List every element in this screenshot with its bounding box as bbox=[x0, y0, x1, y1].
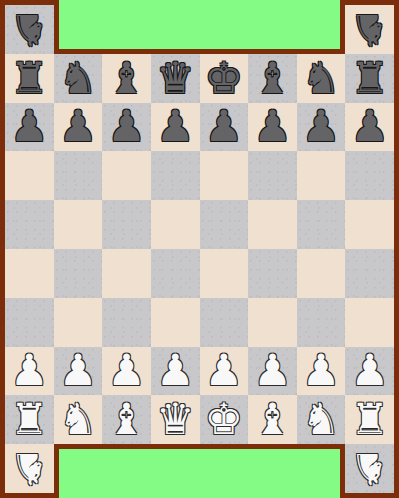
square-g8[interactable]: ♞ bbox=[297, 54, 346, 103]
square-e3[interactable] bbox=[200, 298, 249, 347]
square-d8[interactable]: ♛ bbox=[151, 54, 200, 103]
corner-square-above-h8[interactable]: ♞ bbox=[345, 5, 394, 54]
square-b1[interactable]: ♞ bbox=[54, 395, 103, 444]
square-a1[interactable]: ♜ bbox=[5, 395, 54, 444]
square-a8[interactable]: ♜ bbox=[5, 54, 54, 103]
white-bishop[interactable]: ♝ bbox=[107, 398, 146, 441]
square-a6[interactable] bbox=[5, 151, 54, 200]
black-fairy-piece-inverted-knight[interactable]: ♞ bbox=[350, 8, 389, 51]
white-rook[interactable]: ♜ bbox=[10, 398, 49, 441]
square-a2[interactable]: ♟ bbox=[5, 347, 54, 396]
square-g5[interactable] bbox=[297, 200, 346, 249]
square-h8[interactable]: ♜ bbox=[345, 54, 394, 103]
square-e7[interactable]: ♟ bbox=[200, 103, 249, 152]
square-h2[interactable]: ♟ bbox=[345, 347, 394, 396]
square-b4[interactable] bbox=[54, 249, 103, 298]
bottom-notch-background bbox=[54, 444, 346, 498]
square-c7[interactable]: ♟ bbox=[102, 103, 151, 152]
top-notch-background bbox=[54, 0, 346, 54]
black-rook[interactable]: ♜ bbox=[350, 57, 389, 100]
square-g7[interactable]: ♟ bbox=[297, 103, 346, 152]
square-f4[interactable] bbox=[248, 249, 297, 298]
square-h7[interactable]: ♟ bbox=[345, 103, 394, 152]
square-d4[interactable] bbox=[151, 249, 200, 298]
white-fairy-piece-inverted-knight[interactable]: ♞ bbox=[10, 447, 49, 490]
square-d5[interactable] bbox=[151, 200, 200, 249]
black-pawn[interactable]: ♟ bbox=[302, 105, 341, 148]
black-pawn[interactable]: ♟ bbox=[156, 105, 195, 148]
square-g2[interactable]: ♟ bbox=[297, 347, 346, 396]
black-pawn[interactable]: ♟ bbox=[350, 105, 389, 148]
square-e8[interactable]: ♚ bbox=[200, 54, 249, 103]
black-rook[interactable]: ♜ bbox=[10, 57, 49, 100]
white-queen[interactable]: ♛ bbox=[156, 398, 195, 441]
corner-square-below-h1[interactable]: ♞ bbox=[345, 444, 394, 493]
square-f3[interactable] bbox=[248, 298, 297, 347]
chess-board: ♞♞♜♞♝♛♚♝♞♜♟♟♟♟♟♟♟♟♟♟♟♟♟♟♟♟♜♞♝♛♚♝♞♜♞♞ bbox=[0, 0, 399, 498]
white-knight[interactable]: ♞ bbox=[59, 398, 98, 441]
square-h3[interactable] bbox=[345, 298, 394, 347]
white-pawn[interactable]: ♟ bbox=[156, 349, 195, 392]
white-pawn[interactable]: ♟ bbox=[10, 349, 49, 392]
square-b7[interactable]: ♟ bbox=[54, 103, 103, 152]
white-pawn[interactable]: ♟ bbox=[350, 349, 389, 392]
square-f7[interactable]: ♟ bbox=[248, 103, 297, 152]
square-a3[interactable] bbox=[5, 298, 54, 347]
white-pawn[interactable]: ♟ bbox=[107, 349, 146, 392]
corner-square-below-a1[interactable]: ♞ bbox=[5, 444, 54, 493]
square-c5[interactable] bbox=[102, 200, 151, 249]
square-d2[interactable]: ♟ bbox=[151, 347, 200, 396]
square-c4[interactable] bbox=[102, 249, 151, 298]
square-h1[interactable]: ♜ bbox=[345, 395, 394, 444]
black-knight[interactable]: ♞ bbox=[302, 57, 341, 100]
square-b3[interactable] bbox=[54, 298, 103, 347]
square-b2[interactable]: ♟ bbox=[54, 347, 103, 396]
black-pawn[interactable]: ♟ bbox=[59, 105, 98, 148]
white-pawn[interactable]: ♟ bbox=[302, 349, 341, 392]
square-e6[interactable] bbox=[200, 151, 249, 200]
square-h4[interactable] bbox=[345, 249, 394, 298]
square-e2[interactable]: ♟ bbox=[200, 347, 249, 396]
square-f8[interactable]: ♝ bbox=[248, 54, 297, 103]
white-fairy-piece-inverted-knight[interactable]: ♞ bbox=[350, 447, 389, 490]
square-c8[interactable]: ♝ bbox=[102, 54, 151, 103]
square-c3[interactable] bbox=[102, 298, 151, 347]
black-bishop[interactable]: ♝ bbox=[253, 57, 292, 100]
square-g3[interactable] bbox=[297, 298, 346, 347]
square-d6[interactable] bbox=[151, 151, 200, 200]
square-f5[interactable] bbox=[248, 200, 297, 249]
square-e4[interactable] bbox=[200, 249, 249, 298]
black-king[interactable]: ♚ bbox=[205, 57, 244, 100]
square-c6[interactable] bbox=[102, 151, 151, 200]
square-g6[interactable] bbox=[297, 151, 346, 200]
black-knight[interactable]: ♞ bbox=[59, 57, 98, 100]
square-b8[interactable]: ♞ bbox=[54, 54, 103, 103]
square-c2[interactable]: ♟ bbox=[102, 347, 151, 396]
black-bishop[interactable]: ♝ bbox=[107, 57, 146, 100]
white-rook[interactable]: ♜ bbox=[350, 398, 389, 441]
square-f2[interactable]: ♟ bbox=[248, 347, 297, 396]
square-a7[interactable]: ♟ bbox=[5, 103, 54, 152]
square-e5[interactable] bbox=[200, 200, 249, 249]
square-a4[interactable] bbox=[5, 249, 54, 298]
square-h6[interactable] bbox=[345, 151, 394, 200]
black-pawn[interactable]: ♟ bbox=[107, 105, 146, 148]
white-pawn[interactable]: ♟ bbox=[253, 349, 292, 392]
square-h5[interactable] bbox=[345, 200, 394, 249]
square-b5[interactable] bbox=[54, 200, 103, 249]
square-b6[interactable] bbox=[54, 151, 103, 200]
black-pawn[interactable]: ♟ bbox=[205, 105, 244, 148]
square-a5[interactable] bbox=[5, 200, 54, 249]
square-f1[interactable]: ♝ bbox=[248, 395, 297, 444]
black-fairy-piece-inverted-knight[interactable]: ♞ bbox=[10, 8, 49, 51]
white-bishop[interactable]: ♝ bbox=[253, 398, 292, 441]
square-f6[interactable] bbox=[248, 151, 297, 200]
black-queen[interactable]: ♛ bbox=[156, 57, 195, 100]
white-pawn[interactable]: ♟ bbox=[205, 349, 244, 392]
square-d1[interactable]: ♛ bbox=[151, 395, 200, 444]
white-knight[interactable]: ♞ bbox=[302, 398, 341, 441]
corner-square-above-a8[interactable]: ♞ bbox=[5, 5, 54, 54]
white-pawn[interactable]: ♟ bbox=[59, 349, 98, 392]
black-pawn[interactable]: ♟ bbox=[253, 105, 292, 148]
white-king[interactable]: ♚ bbox=[205, 398, 244, 441]
square-e1[interactable]: ♚ bbox=[200, 395, 249, 444]
black-pawn[interactable]: ♟ bbox=[10, 105, 49, 148]
square-g1[interactable]: ♞ bbox=[297, 395, 346, 444]
square-d3[interactable] bbox=[151, 298, 200, 347]
square-c1[interactable]: ♝ bbox=[102, 395, 151, 444]
square-d7[interactable]: ♟ bbox=[151, 103, 200, 152]
square-g4[interactable] bbox=[297, 249, 346, 298]
